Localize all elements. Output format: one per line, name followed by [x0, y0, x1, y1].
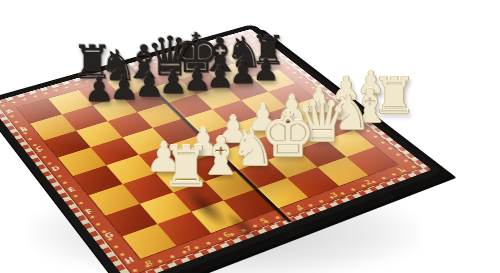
file-label-g: G	[103, 231, 115, 239]
file-label-a: A	[5, 109, 15, 115]
piece-white-pawn-h5: ♟	[357, 67, 385, 98]
chess-set-photo: ABCDEFGH87654321 ♜♞♝♛♚♝♞♜♟♟♟♟♟♟♟♟♟♟♟♟♟♟♟…	[0, 0, 500, 273]
file-label-c: C	[34, 145, 44, 151]
rank-label-5: 5	[259, 218, 270, 226]
file-label-f: F	[85, 208, 95, 215]
rank-label-3: 3	[329, 192, 340, 199]
rank-label-8: 8	[144, 260, 155, 268]
rank-label-2: 2	[363, 179, 374, 186]
rank-label-4: 4	[294, 204, 305, 211]
rank-label-1: 1	[395, 167, 406, 174]
file-label-b: B	[19, 127, 29, 133]
file-label-h: H	[123, 256, 136, 265]
rank-label-7: 7	[183, 245, 194, 253]
piece-white-rook-h4: ♜	[372, 71, 417, 121]
rank-label-6: 6	[221, 231, 232, 239]
file-label-e: E	[67, 186, 77, 193]
file-label-d: D	[50, 165, 61, 172]
